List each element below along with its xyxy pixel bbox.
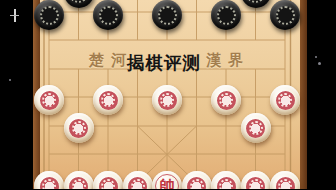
piece-back-ornament-icon: [246, 119, 265, 138]
piece-back-ornament-icon: [217, 6, 236, 25]
red-piece-facedown[interactable]: [152, 85, 182, 115]
black-piece-facedown[interactable]: [211, 0, 241, 30]
piece-back-ornament-icon: [40, 91, 59, 110]
piece-back-ornament-icon: [246, 0, 265, 3]
piece-back-ornament-icon: [158, 91, 177, 110]
black-piece-facedown[interactable]: [241, 0, 271, 8]
red-piece-facedown[interactable]: [241, 113, 271, 143]
red-piece-facedown[interactable]: [270, 171, 300, 189]
piece-back-ornament-icon: [217, 91, 236, 110]
black-piece-facedown[interactable]: [270, 0, 300, 30]
red-piece-facedown[interactable]: [123, 171, 153, 189]
red-piece-facedown[interactable]: [64, 113, 94, 143]
red-piece-facedown[interactable]: [211, 85, 241, 115]
piece-character: 帥: [152, 177, 182, 190]
piece-back-ornament-icon: [69, 0, 88, 3]
piece-back-ornament-icon: [99, 177, 118, 190]
black-piece-facedown[interactable]: [64, 0, 94, 8]
red-piece-facedown[interactable]: [270, 85, 300, 115]
game-screen: 楚河 漢界 將帥 揭棋评测: [0, 0, 336, 189]
piece-back-ornament-icon: [217, 177, 236, 190]
red-piece-facedown[interactable]: [64, 171, 94, 189]
red-piece-facedown[interactable]: [93, 85, 123, 115]
black-piece-facedown[interactable]: [34, 0, 64, 30]
piece-back-ornament-icon: [276, 6, 295, 25]
piece-back-ornament-icon: [187, 177, 206, 190]
red-piece-facedown[interactable]: [34, 171, 64, 189]
piece-back-ornament-icon: [69, 177, 88, 190]
piece-back-ornament-icon: [158, 6, 177, 25]
red-piece-facedown[interactable]: [211, 171, 241, 189]
red-piece-facedown[interactable]: [182, 171, 212, 189]
piece-back-ornament-icon: [99, 91, 118, 110]
piece-back-ornament-icon: [276, 177, 295, 190]
piece-back-ornament-icon: [69, 119, 88, 138]
piece-back-ornament-icon: [128, 177, 147, 190]
red-piece-faceup[interactable]: 帥: [152, 171, 182, 189]
black-piece-facedown[interactable]: [93, 0, 123, 30]
red-piece-facedown[interactable]: [93, 171, 123, 189]
red-piece-facedown[interactable]: [34, 85, 64, 115]
black-piece-facedown[interactable]: [152, 0, 182, 30]
piece-back-ornament-icon: [246, 177, 265, 190]
piece-back-ornament-icon: [276, 91, 295, 110]
piece-back-ornament-icon: [40, 6, 59, 25]
piece-back-ornament-icon: [40, 177, 59, 190]
red-piece-facedown[interactable]: [241, 171, 271, 189]
overlay-title: 揭棋评测: [127, 51, 201, 75]
pieces-layer: 將帥: [0, 0, 336, 189]
piece-back-ornament-icon: [99, 6, 118, 25]
